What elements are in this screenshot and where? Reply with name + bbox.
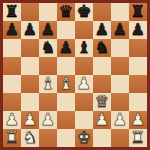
square-d3[interactable]: [57, 93, 75, 111]
square-e8[interactable]: ♚: [75, 3, 93, 21]
white-pawn-f2[interactable]: ♟: [95, 111, 110, 129]
square-f6[interactable]: ♞: [93, 39, 111, 57]
square-d4[interactable]: ♝: [57, 75, 75, 93]
square-e4[interactable]: ♟: [75, 75, 93, 93]
square-g3[interactable]: [111, 93, 129, 111]
square-b7[interactable]: ♟: [21, 21, 39, 39]
square-e7[interactable]: [75, 21, 93, 39]
black-pawn-g7[interactable]: ♟: [113, 21, 128, 39]
square-c4[interactable]: ♝: [39, 75, 57, 93]
square-f1[interactable]: [93, 129, 111, 147]
square-b1[interactable]: ♞: [21, 129, 39, 147]
square-f3[interactable]: ♛: [93, 93, 111, 111]
square-b4[interactable]: [21, 75, 39, 93]
square-e5[interactable]: [75, 57, 93, 75]
black-pawn-d6[interactable]: ♟: [59, 39, 74, 57]
white-pawn-h2[interactable]: ♟: [131, 111, 146, 129]
white-bishop-d4[interactable]: ♝: [59, 75, 74, 93]
square-h3[interactable]: [129, 93, 147, 111]
black-pawn-a7[interactable]: ♟: [5, 21, 20, 39]
square-a6[interactable]: [3, 39, 21, 57]
square-f8[interactable]: [93, 3, 111, 21]
square-f5[interactable]: [93, 57, 111, 75]
square-a8[interactable]: ♜: [3, 3, 21, 21]
white-rook-h1[interactable]: ♜: [131, 129, 146, 147]
white-pawn-g2[interactable]: ♟: [113, 111, 128, 129]
white-pawn-a2[interactable]: ♟: [5, 111, 20, 129]
square-b2[interactable]: ♟: [21, 111, 39, 129]
black-bishop-e6[interactable]: ♝: [77, 39, 92, 57]
square-c7[interactable]: ♟: [39, 21, 57, 39]
black-rook-a8[interactable]: ♜: [5, 3, 20, 21]
square-a5[interactable]: [3, 57, 21, 75]
square-a2[interactable]: ♟: [3, 111, 21, 129]
square-h8[interactable]: ♜: [129, 3, 147, 21]
square-a7[interactable]: ♟: [3, 21, 21, 39]
white-bishop-c4[interactable]: ♝: [41, 75, 56, 93]
black-rook-h8[interactable]: ♜: [131, 3, 146, 21]
square-f4[interactable]: [93, 75, 111, 93]
square-f7[interactable]: ♟: [93, 21, 111, 39]
white-pawn-e4[interactable]: ♟: [77, 75, 92, 93]
square-c3[interactable]: [39, 93, 57, 111]
white-rook-a1[interactable]: ♜: [5, 129, 20, 147]
square-c6[interactable]: ♞: [39, 39, 57, 57]
square-h2[interactable]: ♟: [129, 111, 147, 129]
square-h4[interactable]: [129, 75, 147, 93]
square-c8[interactable]: [39, 3, 57, 21]
black-pawn-c7[interactable]: ♟: [41, 21, 56, 39]
white-queen-f3[interactable]: ♛: [95, 93, 110, 111]
square-e6[interactable]: ♝: [75, 39, 93, 57]
square-h7[interactable]: ♟: [129, 21, 147, 39]
square-a3[interactable]: [3, 93, 21, 111]
square-d1[interactable]: [57, 129, 75, 147]
white-knight-b1[interactable]: ♞: [23, 129, 38, 147]
black-pawn-f7[interactable]: ♟: [95, 21, 110, 39]
square-d6[interactable]: ♟: [57, 39, 75, 57]
square-g1[interactable]: [111, 129, 129, 147]
square-g7[interactable]: ♟: [111, 21, 129, 39]
square-d2[interactable]: [57, 111, 75, 129]
chess-board: ♜♛♚♜♟♟♟♟♟♟♞♟♝♞♝♝♟♛♟♟♟♟♟♟♜♞♚♜: [3, 3, 147, 147]
white-pawn-b2[interactable]: ♟: [23, 111, 38, 129]
square-c1[interactable]: [39, 129, 57, 147]
square-h6[interactable]: [129, 39, 147, 57]
square-g8[interactable]: [111, 3, 129, 21]
square-b3[interactable]: [21, 93, 39, 111]
square-g6[interactable]: [111, 39, 129, 57]
square-d5[interactable]: [57, 57, 75, 75]
square-f2[interactable]: ♟: [93, 111, 111, 129]
black-queen-d8[interactable]: ♛: [59, 3, 74, 21]
square-a4[interactable]: [3, 75, 21, 93]
square-g4[interactable]: [111, 75, 129, 93]
black-knight-c6[interactable]: ♞: [41, 39, 56, 57]
white-king-e1[interactable]: ♚: [77, 129, 92, 147]
square-h5[interactable]: [129, 57, 147, 75]
white-pawn-c2[interactable]: ♟: [41, 111, 56, 129]
square-e2[interactable]: [75, 111, 93, 129]
square-b8[interactable]: [21, 3, 39, 21]
square-b5[interactable]: [21, 57, 39, 75]
square-h1[interactable]: ♜: [129, 129, 147, 147]
square-a1[interactable]: ♜: [3, 129, 21, 147]
square-b6[interactable]: [21, 39, 39, 57]
chess-board-frame: ♜♛♚♜♟♟♟♟♟♟♞♟♝♞♝♝♟♛♟♟♟♟♟♟♜♞♚♜: [0, 0, 150, 150]
square-g5[interactable]: [111, 57, 129, 75]
black-pawn-h7[interactable]: ♟: [131, 21, 146, 39]
black-king-e8[interactable]: ♚: [77, 3, 92, 21]
square-d8[interactable]: ♛: [57, 3, 75, 21]
black-pawn-b7[interactable]: ♟: [23, 21, 38, 39]
square-c5[interactable]: [39, 57, 57, 75]
black-knight-f6[interactable]: ♞: [95, 39, 110, 57]
square-d7[interactable]: [57, 21, 75, 39]
square-e1[interactable]: ♚: [75, 129, 93, 147]
square-c2[interactable]: ♟: [39, 111, 57, 129]
square-g2[interactable]: ♟: [111, 111, 129, 129]
square-e3[interactable]: [75, 93, 93, 111]
